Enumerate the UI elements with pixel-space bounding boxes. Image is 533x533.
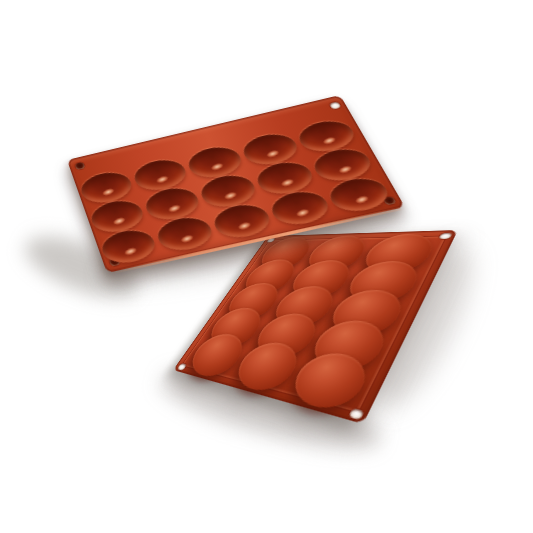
cavity-cell bbox=[98, 226, 160, 267]
corner-hole bbox=[74, 162, 85, 170]
cavity-cell bbox=[266, 187, 334, 229]
corner-hole bbox=[438, 232, 452, 238]
corner-hole bbox=[328, 101, 341, 109]
cavity-cell bbox=[153, 213, 217, 254]
product-photo bbox=[0, 0, 533, 533]
cavity-cell bbox=[209, 200, 275, 241]
